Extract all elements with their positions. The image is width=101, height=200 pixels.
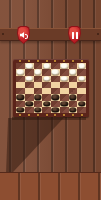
white-piece[interactable] bbox=[78, 63, 85, 68]
gold-stud-icon bbox=[81, 114, 83, 116]
wood-floor-background bbox=[0, 172, 101, 200]
gold-stud-icon bbox=[72, 114, 74, 116]
board-square-r8c1[interactable] bbox=[16, 107, 25, 113]
white-piece[interactable] bbox=[60, 63, 67, 68]
white-piece[interactable] bbox=[60, 76, 67, 81]
black-piece[interactable] bbox=[52, 95, 59, 100]
white-piece[interactable] bbox=[52, 70, 59, 75]
white-piece[interactable] bbox=[43, 76, 50, 81]
board-grid bbox=[16, 63, 86, 113]
white-piece[interactable] bbox=[25, 76, 32, 81]
gold-stud-icon bbox=[37, 60, 39, 62]
gold-stud-icon bbox=[37, 114, 39, 116]
gold-stud-icon bbox=[54, 114, 56, 116]
white-piece[interactable] bbox=[17, 70, 24, 75]
white-piece[interactable] bbox=[69, 70, 76, 75]
black-piece[interactable] bbox=[69, 95, 76, 100]
checkers-board bbox=[13, 59, 89, 117]
gold-stud-icon bbox=[54, 60, 56, 62]
black-piece[interactable] bbox=[34, 107, 41, 112]
wood-beam bbox=[0, 28, 101, 41]
board-square-r8c3[interactable] bbox=[34, 107, 43, 113]
board-square-r8c7[interactable] bbox=[69, 107, 78, 113]
board-square-r8c5[interactable] bbox=[51, 107, 60, 113]
black-piece[interactable] bbox=[25, 101, 32, 106]
black-piece[interactable] bbox=[69, 107, 76, 112]
black-piece[interactable] bbox=[17, 95, 24, 100]
black-piece[interactable] bbox=[78, 101, 85, 106]
gold-stud-icon bbox=[28, 60, 30, 62]
game-screen bbox=[0, 0, 101, 200]
gold-stud-icon bbox=[19, 60, 21, 62]
board-square-r8c6[interactable] bbox=[60, 107, 69, 113]
gold-stud-icon bbox=[46, 60, 48, 62]
gold-stud-icon bbox=[19, 114, 21, 116]
board-square-r8c2[interactable] bbox=[25, 107, 34, 113]
black-piece[interactable] bbox=[34, 95, 41, 100]
white-piece[interactable] bbox=[78, 76, 85, 81]
nail-icon bbox=[2, 33, 4, 35]
white-piece[interactable] bbox=[43, 63, 50, 68]
black-piece[interactable] bbox=[17, 107, 24, 112]
board-square-r8c8[interactable] bbox=[77, 107, 86, 113]
gold-stud-icon bbox=[63, 60, 65, 62]
black-piece[interactable] bbox=[52, 107, 59, 112]
gold-stud-icon bbox=[72, 60, 74, 62]
gold-stud-icon bbox=[63, 114, 65, 116]
nail-icon bbox=[97, 33, 99, 35]
white-piece[interactable] bbox=[34, 70, 41, 75]
gold-stud-icon bbox=[81, 60, 83, 62]
board-square-r8c4[interactable] bbox=[42, 107, 51, 113]
white-piece[interactable] bbox=[25, 63, 32, 68]
black-piece[interactable] bbox=[60, 101, 67, 106]
gold-stud-icon bbox=[46, 114, 48, 116]
pause-icon bbox=[72, 32, 78, 39]
gold-stud-icon bbox=[28, 114, 30, 116]
black-piece[interactable] bbox=[43, 101, 50, 106]
